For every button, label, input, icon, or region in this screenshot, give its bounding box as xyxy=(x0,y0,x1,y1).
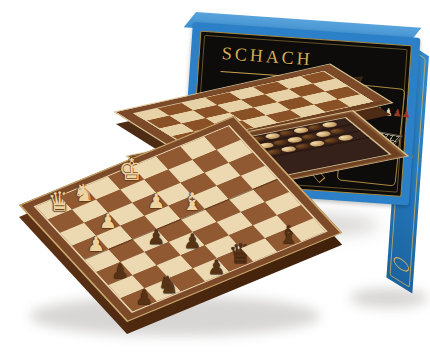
silhouette-red-pawn: ♟ xyxy=(401,108,411,120)
product-photo-scene: SCHACH ♟♟♟♟♟ ♟♜♚♟♟♟♟ ♛♞♚♟♟♟♝♟♟♟♟♞♟♛♝ xyxy=(0,0,430,360)
shadow xyxy=(350,288,428,308)
